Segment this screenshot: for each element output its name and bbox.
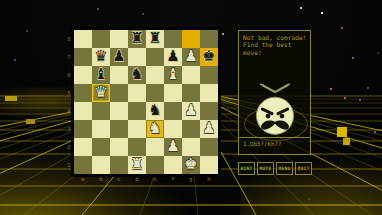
square-g2[interactable] bbox=[182, 138, 200, 156]
file-label-f: f bbox=[164, 176, 182, 183]
square-e1[interactable] bbox=[146, 156, 164, 174]
rank-label-4: 4 bbox=[66, 102, 72, 120]
square-b8[interactable] bbox=[92, 30, 110, 48]
square-g6[interactable] bbox=[182, 66, 200, 84]
coach-message-line1: Not bad, comrade! bbox=[243, 34, 309, 41]
square-a2[interactable] bbox=[74, 138, 92, 156]
star bbox=[142, 13, 144, 15]
file-label-h: h bbox=[200, 176, 218, 183]
star bbox=[352, 57, 354, 59]
square-c2[interactable] bbox=[110, 138, 128, 156]
square-a7[interactable] bbox=[74, 48, 92, 66]
square-d2[interactable] bbox=[128, 138, 146, 156]
black-knight[interactable]: ♞ bbox=[146, 101, 164, 119]
square-b1[interactable] bbox=[92, 156, 110, 174]
white-rook[interactable]: ♜ bbox=[128, 155, 146, 173]
square-g8[interactable] bbox=[182, 30, 200, 48]
star bbox=[374, 131, 376, 133]
grid-block bbox=[337, 127, 347, 137]
white-bishop[interactable]: ♝ bbox=[164, 65, 182, 83]
square-h5[interactable] bbox=[200, 84, 218, 102]
rank-label-3: 3 bbox=[66, 120, 72, 138]
star bbox=[300, 7, 302, 9]
square-a8[interactable] bbox=[74, 30, 92, 48]
square-g7[interactable]: ♟ bbox=[182, 48, 200, 66]
square-d8[interactable]: ♜ bbox=[128, 30, 146, 48]
square-h2[interactable] bbox=[200, 138, 218, 156]
square-h3[interactable]: ♟ bbox=[200, 120, 218, 138]
square-b2[interactable] bbox=[92, 138, 110, 156]
black-knight[interactable]: ♞ bbox=[128, 65, 146, 83]
square-f7[interactable]: ♟ bbox=[164, 48, 182, 66]
rank-label-5: 5 bbox=[66, 84, 72, 102]
star bbox=[308, 198, 310, 200]
square-e7[interactable] bbox=[146, 48, 164, 66]
file-label-e: e bbox=[146, 176, 164, 183]
square-e4[interactable]: ♞ bbox=[146, 102, 164, 120]
star bbox=[359, 99, 361, 101]
menu-button[interactable]: MENU bbox=[276, 162, 293, 175]
black-rook[interactable]: ♜ bbox=[146, 29, 164, 47]
square-c5[interactable] bbox=[110, 84, 128, 102]
file-label-c: c bbox=[110, 176, 128, 183]
square-b3[interactable] bbox=[92, 120, 110, 138]
grid-block bbox=[26, 119, 35, 124]
square-d4[interactable] bbox=[128, 102, 146, 120]
coach-message-line2: Find the best move! bbox=[243, 41, 309, 56]
square-d6[interactable]: ♞ bbox=[128, 66, 146, 84]
square-f8[interactable] bbox=[164, 30, 182, 48]
square-e5[interactable] bbox=[146, 84, 164, 102]
mute-button[interactable]: MUTE bbox=[257, 162, 274, 175]
star bbox=[14, 59, 16, 61]
white-queen[interactable]: ♛ bbox=[92, 83, 110, 101]
right-eye bbox=[280, 114, 285, 119]
square-c7[interactable]: ♟ bbox=[110, 48, 128, 66]
coach-message: Not bad, comrade! Find the best move! bbox=[243, 34, 309, 56]
square-f6[interactable]: ♝ bbox=[164, 66, 182, 84]
square-h6[interactable] bbox=[200, 66, 218, 84]
white-knight[interactable]: ♞ bbox=[146, 119, 164, 137]
quit-button[interactable]: QUIT bbox=[295, 162, 312, 175]
chess-board-area: ♜♜♛♟♟♟♚♝♞♝♛♞♟♞♟♟♜♚ 87654321 abcdefgh bbox=[74, 30, 218, 174]
square-e8[interactable]: ♜ bbox=[146, 30, 164, 48]
square-h1[interactable] bbox=[200, 156, 218, 174]
square-c8[interactable] bbox=[110, 30, 128, 48]
star bbox=[341, 27, 343, 29]
square-a4[interactable] bbox=[74, 102, 92, 120]
square-f5[interactable] bbox=[164, 84, 182, 102]
black-pawn[interactable]: ♟ bbox=[164, 47, 182, 65]
rank-label-2: 2 bbox=[66, 138, 72, 156]
black-bishop[interactable]: ♝ bbox=[92, 65, 110, 83]
square-c3[interactable] bbox=[110, 120, 128, 138]
star bbox=[97, 8, 99, 10]
square-g4[interactable]: ♟ bbox=[182, 102, 200, 120]
square-f4[interactable] bbox=[164, 102, 182, 120]
game-screen: ♜♜♛♟♟♟♚♝♞♝♛♞♟♞♟♟♜♚ 87654321 abcdefgh Not… bbox=[0, 0, 382, 215]
square-a6[interactable] bbox=[74, 66, 92, 84]
left-eye bbox=[266, 114, 271, 119]
panel-divider bbox=[239, 137, 310, 138]
square-h4[interactable] bbox=[200, 102, 218, 120]
white-pawn[interactable]: ♟ bbox=[200, 119, 218, 137]
white-pawn[interactable]: ♟ bbox=[164, 137, 182, 155]
square-g5[interactable] bbox=[182, 84, 200, 102]
square-c4[interactable] bbox=[110, 102, 128, 120]
square-d5[interactable] bbox=[128, 84, 146, 102]
square-h7[interactable]: ♚ bbox=[200, 48, 218, 66]
white-king[interactable]: ♚ bbox=[182, 155, 200, 173]
white-pawn[interactable]: ♟ bbox=[182, 47, 200, 65]
square-e2[interactable] bbox=[146, 138, 164, 156]
square-h8[interactable] bbox=[200, 30, 218, 48]
star bbox=[26, 30, 28, 32]
comrade-avatar bbox=[250, 93, 300, 141]
star bbox=[377, 52, 379, 54]
chess-board[interactable]: ♜♜♛♟♟♟♚♝♞♝♛♞♟♞♟♟♜♚ bbox=[74, 30, 218, 174]
file-label-d: d bbox=[128, 176, 146, 183]
square-d7[interactable] bbox=[128, 48, 146, 66]
rank-label-7: 7 bbox=[66, 48, 72, 66]
square-g3[interactable] bbox=[182, 120, 200, 138]
square-a1[interactable] bbox=[74, 156, 92, 174]
white-pawn[interactable]: ♟ bbox=[182, 101, 200, 119]
square-g1[interactable]: ♚ bbox=[182, 156, 200, 174]
rank-label-1: 1 bbox=[66, 156, 72, 174]
star bbox=[321, 12, 323, 14]
hint-button[interactable]: HINT bbox=[238, 162, 255, 175]
star bbox=[367, 87, 369, 89]
square-f2[interactable]: ♟ bbox=[164, 138, 182, 156]
black-pawn[interactable]: ♟ bbox=[110, 47, 128, 65]
grid-block bbox=[343, 138, 350, 145]
square-f1[interactable] bbox=[164, 156, 182, 174]
square-e3[interactable]: ♞ bbox=[146, 120, 164, 138]
square-a5[interactable] bbox=[74, 84, 92, 102]
square-c6[interactable] bbox=[110, 66, 128, 84]
file-label-a: a bbox=[74, 176, 92, 183]
square-d3[interactable] bbox=[128, 120, 146, 138]
square-b4[interactable] bbox=[92, 102, 110, 120]
square-c1[interactable] bbox=[110, 156, 128, 174]
square-b6[interactable]: ♝ bbox=[92, 66, 110, 84]
star bbox=[344, 97, 346, 99]
square-f3[interactable] bbox=[164, 120, 182, 138]
action-buttons: HINTMUTEMENUQUIT bbox=[238, 162, 312, 175]
black-rook[interactable]: ♜ bbox=[128, 29, 146, 47]
rank-label-8: 8 bbox=[66, 30, 72, 48]
move-caption: 1.Qb5?/Kh7? bbox=[243, 141, 309, 147]
rank-label-6: 6 bbox=[66, 66, 72, 84]
file-label-b: b bbox=[92, 176, 110, 183]
black-king[interactable]: ♚ bbox=[200, 47, 218, 65]
square-d1[interactable]: ♜ bbox=[128, 156, 146, 174]
star bbox=[222, 33, 224, 35]
black-queen[interactable]: ♛ bbox=[92, 47, 110, 65]
square-a3[interactable] bbox=[74, 120, 92, 138]
square-e6[interactable] bbox=[146, 66, 164, 84]
coach-panel: Not bad, comrade! Find the best move! 1.… bbox=[238, 30, 311, 155]
file-label-g: g bbox=[182, 176, 200, 183]
square-b7[interactable]: ♛ bbox=[92, 48, 110, 66]
grid-block bbox=[5, 96, 17, 101]
star bbox=[330, 88, 332, 90]
square-b5[interactable]: ♛ bbox=[92, 84, 110, 102]
